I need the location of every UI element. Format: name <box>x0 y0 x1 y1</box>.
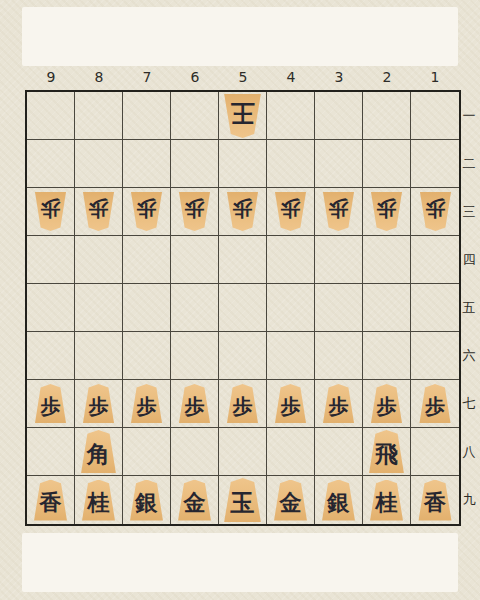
square-71[interactable] <box>123 92 171 140</box>
piece-sente-香[interactable]: 香 <box>418 480 453 521</box>
piece-gote-歩[interactable]: 歩 <box>274 192 307 231</box>
square-54[interactable] <box>219 236 267 284</box>
piece-kanji: 歩 <box>41 199 61 219</box>
square-17[interactable]: 歩 <box>411 380 459 428</box>
square-55[interactable] <box>219 284 267 332</box>
square-66[interactable] <box>171 332 219 380</box>
piece-kanji: 歩 <box>41 396 61 416</box>
square-93[interactable]: 歩 <box>27 188 75 236</box>
piece-kanji: 歩 <box>425 199 445 219</box>
square-72[interactable] <box>123 140 171 188</box>
file-label-9: 9 <box>47 69 56 85</box>
square-95[interactable] <box>27 284 75 332</box>
square-88[interactable]: 角 <box>75 428 123 476</box>
square-41[interactable] <box>267 92 315 140</box>
square-81[interactable] <box>75 92 123 140</box>
square-43[interactable]: 歩 <box>267 188 315 236</box>
square-61[interactable] <box>171 92 219 140</box>
gote-piece-stand <box>22 7 458 66</box>
square-94[interactable] <box>27 236 75 284</box>
piece-kanji: 金 <box>280 492 302 514</box>
piece-sente-銀[interactable]: 銀 <box>129 480 164 521</box>
piece-sente-歩[interactable]: 歩 <box>419 384 452 423</box>
piece-gote-歩[interactable]: 歩 <box>34 192 67 231</box>
square-12[interactable] <box>411 140 459 188</box>
square-45[interactable] <box>267 284 315 332</box>
piece-kanji: 歩 <box>185 396 205 416</box>
piece-kanji: 香 <box>40 492 62 514</box>
rank-label-9: 九 <box>463 491 476 509</box>
square-28[interactable]: 飛 <box>363 428 411 476</box>
square-57[interactable]: 歩 <box>219 380 267 428</box>
piece-kanji: 玉 <box>231 491 255 515</box>
piece-gote-歩[interactable]: 歩 <box>178 192 211 231</box>
square-16[interactable] <box>411 332 459 380</box>
piece-kanji: 歩 <box>185 199 205 219</box>
square-51[interactable]: 王 <box>219 92 267 140</box>
piece-kanji: 歩 <box>377 199 397 219</box>
piece-kanji: 王 <box>231 101 255 125</box>
square-19[interactable]: 香 <box>411 476 459 524</box>
square-32[interactable] <box>315 140 363 188</box>
square-58[interactable] <box>219 428 267 476</box>
piece-kanji: 銀 <box>328 492 350 514</box>
piece-sente-歩[interactable]: 歩 <box>130 384 163 423</box>
square-14[interactable] <box>411 236 459 284</box>
square-75[interactable] <box>123 284 171 332</box>
rank-label-3: 三 <box>463 203 476 221</box>
file-label-3: 3 <box>335 69 344 85</box>
rank-label-2: 二 <box>463 155 476 173</box>
square-21[interactable] <box>363 92 411 140</box>
piece-sente-角[interactable]: 角 <box>80 430 117 473</box>
square-65[interactable] <box>171 284 219 332</box>
piece-kanji: 歩 <box>137 396 157 416</box>
square-84[interactable] <box>75 236 123 284</box>
piece-sente-飛[interactable]: 飛 <box>368 430 405 473</box>
square-96[interactable] <box>27 332 75 380</box>
square-56[interactable] <box>219 332 267 380</box>
piece-kanji: 歩 <box>137 199 157 219</box>
rank-label-1: 一 <box>463 107 476 125</box>
piece-sente-歩[interactable]: 歩 <box>274 384 307 423</box>
square-76[interactable] <box>123 332 171 380</box>
rank-label-4: 四 <box>463 251 476 269</box>
piece-sente-金[interactable]: 金 <box>273 480 308 521</box>
file-labels: 987654321 <box>27 69 459 85</box>
square-25[interactable] <box>363 284 411 332</box>
piece-kanji: 飛 <box>375 443 398 466</box>
piece-gote-歩[interactable]: 歩 <box>226 192 259 231</box>
square-44[interactable] <box>267 236 315 284</box>
square-11[interactable] <box>411 92 459 140</box>
square-53[interactable]: 歩 <box>219 188 267 236</box>
square-98[interactable] <box>27 428 75 476</box>
square-15[interactable] <box>411 284 459 332</box>
square-62[interactable] <box>171 140 219 188</box>
piece-kanji: 歩 <box>89 396 109 416</box>
square-24[interactable] <box>363 236 411 284</box>
piece-kanji: 歩 <box>281 199 301 219</box>
piece-gote-歩[interactable]: 歩 <box>82 192 115 231</box>
piece-gote-歩[interactable]: 歩 <box>370 192 403 231</box>
square-64[interactable] <box>171 236 219 284</box>
piece-kanji: 金 <box>184 492 206 514</box>
piece-kanji: 歩 <box>233 396 253 416</box>
piece-sente-玉[interactable]: 玉 <box>223 478 262 522</box>
square-63[interactable]: 歩 <box>171 188 219 236</box>
piece-sente-歩[interactable]: 歩 <box>322 384 355 423</box>
square-83[interactable]: 歩 <box>75 188 123 236</box>
square-47[interactable]: 歩 <box>267 380 315 428</box>
square-86[interactable] <box>75 332 123 380</box>
square-77[interactable]: 歩 <box>123 380 171 428</box>
piece-kanji: 歩 <box>425 396 445 416</box>
piece-gote-歩[interactable]: 歩 <box>322 192 355 231</box>
piece-kanji: 歩 <box>377 396 397 416</box>
piece-sente-金[interactable]: 金 <box>177 480 212 521</box>
square-27[interactable]: 歩 <box>363 380 411 428</box>
square-46[interactable] <box>267 332 315 380</box>
square-35[interactable] <box>315 284 363 332</box>
file-label-7: 7 <box>143 69 152 85</box>
square-34[interactable] <box>315 236 363 284</box>
square-38[interactable] <box>315 428 363 476</box>
piece-sente-桂[interactable]: 桂 <box>81 480 116 521</box>
square-87[interactable]: 歩 <box>75 380 123 428</box>
square-74[interactable] <box>123 236 171 284</box>
file-label-8: 8 <box>95 69 104 85</box>
piece-kanji: 歩 <box>89 199 109 219</box>
square-26[interactable] <box>363 332 411 380</box>
file-label-6: 6 <box>191 69 200 85</box>
piece-kanji: 角 <box>87 443 110 466</box>
square-99[interactable]: 香 <box>27 476 75 524</box>
file-label-4: 4 <box>287 69 296 85</box>
square-59[interactable]: 玉 <box>219 476 267 524</box>
piece-kanji: 銀 <box>136 492 158 514</box>
rank-label-8: 八 <box>463 443 476 461</box>
sente-piece-stand <box>22 533 458 592</box>
square-49[interactable]: 金 <box>267 476 315 524</box>
square-31[interactable] <box>315 92 363 140</box>
piece-gote-歩[interactable]: 歩 <box>419 192 452 231</box>
square-67[interactable]: 歩 <box>171 380 219 428</box>
square-97[interactable]: 歩 <box>27 380 75 428</box>
square-69[interactable]: 金 <box>171 476 219 524</box>
square-73[interactable]: 歩 <box>123 188 171 236</box>
piece-kanji: 歩 <box>329 199 349 219</box>
file-label-5: 5 <box>239 69 248 85</box>
piece-kanji: 桂 <box>88 492 110 514</box>
square-39[interactable]: 銀 <box>315 476 363 524</box>
piece-kanji: 桂 <box>376 492 398 514</box>
piece-sente-歩[interactable]: 歩 <box>34 384 67 423</box>
shogi-board: 王歩歩歩歩歩歩歩歩歩歩歩歩歩歩歩歩歩歩角飛香桂銀金玉金銀桂香 <box>25 90 461 526</box>
square-33[interactable]: 歩 <box>315 188 363 236</box>
shogi-app-page: 987654321 王歩歩歩歩歩歩歩歩歩歩歩歩歩歩歩歩歩歩角飛香桂銀金玉金銀桂香… <box>0 0 480 600</box>
piece-kanji: 歩 <box>329 396 349 416</box>
piece-kanji: 歩 <box>281 396 301 416</box>
piece-sente-香[interactable]: 香 <box>33 480 68 521</box>
square-18[interactable] <box>411 428 459 476</box>
square-82[interactable] <box>75 140 123 188</box>
piece-gote-歩[interactable]: 歩 <box>130 192 163 231</box>
file-label-2: 2 <box>383 69 392 85</box>
square-89[interactable]: 桂 <box>75 476 123 524</box>
square-22[interactable] <box>363 140 411 188</box>
piece-sente-銀[interactable]: 銀 <box>321 480 356 521</box>
square-42[interactable] <box>267 140 315 188</box>
piece-kanji: 香 <box>424 492 446 514</box>
piece-gote-王[interactable]: 王 <box>223 94 262 138</box>
square-13[interactable]: 歩 <box>411 188 459 236</box>
square-37[interactable]: 歩 <box>315 380 363 428</box>
piece-kanji: 歩 <box>233 199 253 219</box>
square-91[interactable] <box>27 92 75 140</box>
file-label-1: 1 <box>431 69 440 85</box>
rank-labels: 一二三四五六七八九 <box>460 92 478 524</box>
square-52[interactable] <box>219 140 267 188</box>
rank-label-5: 五 <box>463 299 476 317</box>
rank-label-6: 六 <box>463 347 476 365</box>
square-36[interactable] <box>315 332 363 380</box>
square-29[interactable]: 桂 <box>363 476 411 524</box>
piece-sente-桂[interactable]: 桂 <box>369 480 404 521</box>
square-48[interactable] <box>267 428 315 476</box>
piece-sente-歩[interactable]: 歩 <box>82 384 115 423</box>
square-92[interactable] <box>27 140 75 188</box>
piece-sente-歩[interactable]: 歩 <box>178 384 211 423</box>
rank-label-7: 七 <box>463 395 476 413</box>
square-79[interactable]: 銀 <box>123 476 171 524</box>
square-78[interactable] <box>123 428 171 476</box>
square-85[interactable] <box>75 284 123 332</box>
piece-sente-歩[interactable]: 歩 <box>370 384 403 423</box>
piece-sente-歩[interactable]: 歩 <box>226 384 259 423</box>
square-23[interactable]: 歩 <box>363 188 411 236</box>
square-68[interactable] <box>171 428 219 476</box>
